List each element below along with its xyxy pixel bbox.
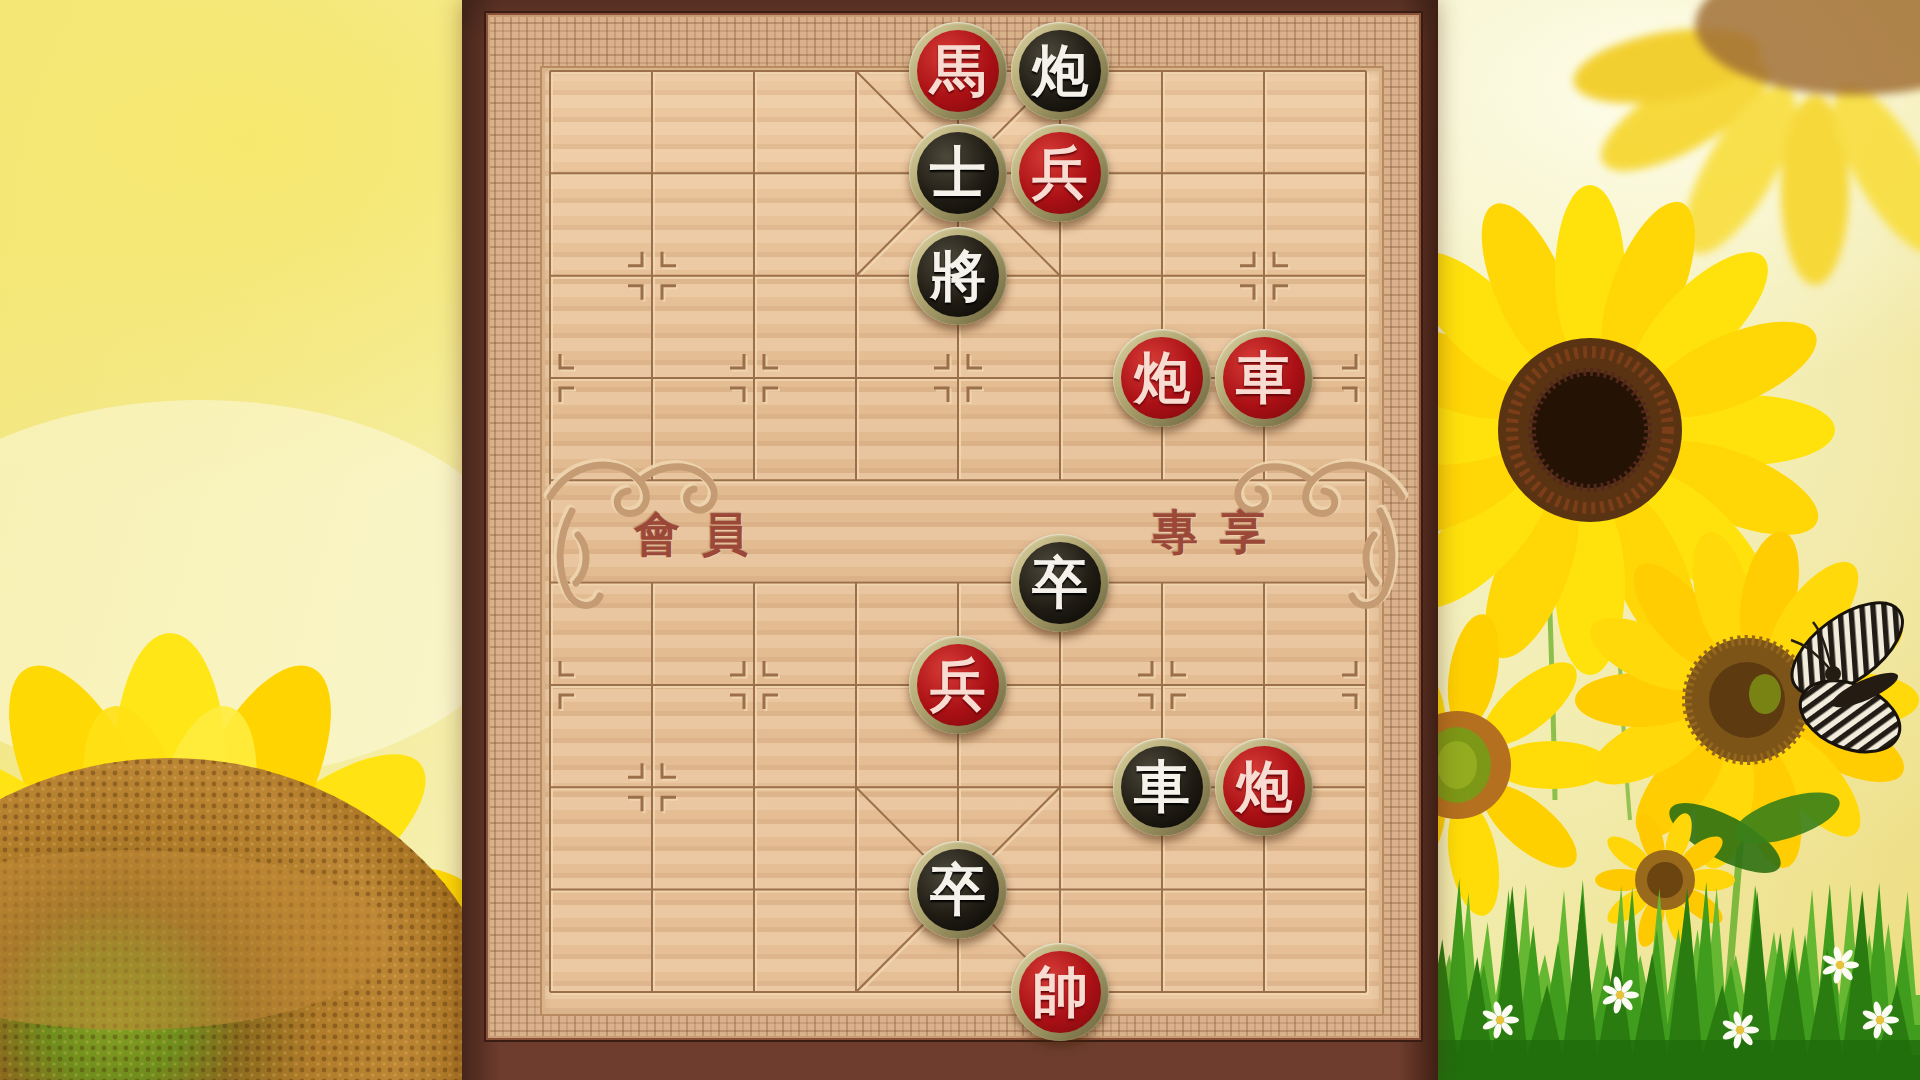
piece-face: 卒 [917,849,999,931]
sunflower-left-icon [0,340,520,1080]
piece-red-horse[interactable]: 馬 [909,22,1007,120]
screen: 會員 專享 馬炮士兵將炮車卒兵車炮卒帥 [0,0,1920,1080]
piece-glyph: 炮 [1032,43,1088,99]
piece-glyph: 炮 [1236,759,1292,815]
xiangqi-board[interactable]: 會員 專享 馬炮士兵將炮車卒兵車炮卒帥 [462,0,1438,1080]
piece-black-advisor[interactable]: 士 [909,124,1007,222]
piece-glyph: 士 [930,145,986,201]
piece-glyph: 卒 [1032,555,1088,611]
piece-glyph: 馬 [930,43,986,99]
piece-black-soldier[interactable]: 卒 [1011,534,1109,632]
piece-face: 兵 [1019,132,1101,214]
piece-red-cannon[interactable]: 炮 [1215,738,1313,836]
piece-glyph: 車 [1134,759,1190,815]
piece-red-soldier[interactable]: 兵 [1011,124,1109,222]
piece-glyph: 兵 [1032,145,1088,201]
piece-glyph: 兵 [930,657,986,713]
piece-face: 車 [1223,337,1305,419]
piece-red-general[interactable]: 帥 [1011,943,1109,1041]
piece-black-cannon[interactable]: 炮 [1011,22,1109,120]
piece-red-soldier[interactable]: 兵 [909,636,1007,734]
piece-face: 卒 [1019,542,1101,624]
piece-face: 車 [1121,746,1203,828]
piece-glyph: 將 [930,248,986,304]
piece-glyph: 炮 [1134,350,1190,406]
piece-red-chariot[interactable]: 車 [1215,329,1313,427]
piece-black-soldier[interactable]: 卒 [909,841,1007,939]
piece-face: 兵 [917,644,999,726]
piece-face: 將 [917,235,999,317]
piece-face: 炮 [1223,746,1305,828]
piece-black-chariot[interactable]: 車 [1113,738,1211,836]
piece-red-cannon[interactable]: 炮 [1113,329,1211,427]
piece-glyph: 帥 [1032,964,1088,1020]
piece-glyph: 車 [1236,350,1292,406]
piece-glyph: 卒 [930,862,986,918]
piece-face: 士 [917,132,999,214]
piece-face: 馬 [917,30,999,112]
piece-face: 帥 [1019,951,1101,1033]
piece-face: 炮 [1121,337,1203,419]
piece-face: 炮 [1019,30,1101,112]
pieces-layer: 馬炮士兵將炮車卒兵車炮卒帥 [462,0,1438,1080]
piece-black-general[interactable]: 將 [909,227,1007,325]
